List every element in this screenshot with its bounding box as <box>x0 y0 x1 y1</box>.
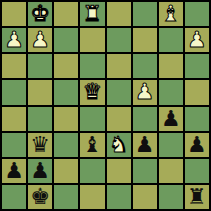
square-h3[interactable]: ♟ <box>185 133 209 157</box>
square-g1[interactable] <box>159 185 183 209</box>
square-g6[interactable] <box>159 54 183 78</box>
black-queen-piece[interactable]: ♛ <box>30 134 50 156</box>
white-queen-piece[interactable]: ♛ <box>83 81 103 103</box>
black-rook-piece[interactable]: ♜ <box>187 186 207 208</box>
square-a4[interactable] <box>2 107 26 131</box>
square-e3[interactable]: ♞ <box>107 133 131 157</box>
square-d6[interactable] <box>80 54 104 78</box>
chess-board: ♚♜♝♟♟♟♛♟♟♛♝♞♟♟♟♟♚♜ <box>0 0 211 211</box>
square-g3[interactable] <box>159 133 183 157</box>
square-b1[interactable]: ♚ <box>28 185 52 209</box>
square-h1[interactable]: ♜ <box>185 185 209 209</box>
square-f8[interactable] <box>133 2 157 26</box>
square-c1[interactable] <box>54 185 78 209</box>
square-c4[interactable] <box>54 107 78 131</box>
square-a1[interactable] <box>2 185 26 209</box>
square-f1[interactable] <box>133 185 157 209</box>
square-e4[interactable] <box>107 107 131 131</box>
square-c5[interactable] <box>54 80 78 104</box>
black-pawn-piece[interactable]: ♟ <box>4 160 24 182</box>
square-f6[interactable] <box>133 54 157 78</box>
black-king-piece[interactable]: ♚ <box>30 186 50 208</box>
square-c7[interactable] <box>54 28 78 52</box>
square-e7[interactable] <box>107 28 131 52</box>
square-b7[interactable]: ♟ <box>28 28 52 52</box>
square-b3[interactable]: ♛ <box>28 133 52 157</box>
black-pawn-piece[interactable]: ♟ <box>161 108 181 130</box>
square-b6[interactable] <box>28 54 52 78</box>
square-b2[interactable]: ♟ <box>28 159 52 183</box>
square-g4[interactable]: ♟ <box>159 107 183 131</box>
square-g7[interactable] <box>159 28 183 52</box>
square-f4[interactable] <box>133 107 157 131</box>
black-pawn-piece[interactable]: ♟ <box>135 134 155 156</box>
square-e8[interactable] <box>107 2 131 26</box>
square-a5[interactable] <box>2 80 26 104</box>
square-g8[interactable]: ♝ <box>159 2 183 26</box>
square-a2[interactable]: ♟ <box>2 159 26 183</box>
square-f3[interactable]: ♟ <box>133 133 157 157</box>
square-h8[interactable] <box>185 2 209 26</box>
square-e1[interactable] <box>107 185 131 209</box>
white-bishop-piece[interactable]: ♝ <box>161 3 181 25</box>
square-f2[interactable] <box>133 159 157 183</box>
black-pawn-piece[interactable]: ♟ <box>30 160 50 182</box>
square-h7[interactable]: ♟ <box>185 28 209 52</box>
square-f5[interactable]: ♟ <box>133 80 157 104</box>
square-a8[interactable] <box>2 2 26 26</box>
white-pawn-piece[interactable]: ♟ <box>187 29 207 51</box>
square-d1[interactable] <box>80 185 104 209</box>
white-pawn-piece[interactable]: ♟ <box>135 81 155 103</box>
white-pawn-piece[interactable]: ♟ <box>4 29 24 51</box>
black-bishop-piece[interactable]: ♝ <box>83 134 103 156</box>
square-c8[interactable] <box>54 2 78 26</box>
white-knight-piece[interactable]: ♞ <box>109 134 129 156</box>
square-h2[interactable] <box>185 159 209 183</box>
square-c6[interactable] <box>54 54 78 78</box>
square-a3[interactable] <box>2 133 26 157</box>
square-e2[interactable] <box>107 159 131 183</box>
square-d7[interactable] <box>80 28 104 52</box>
square-e5[interactable] <box>107 80 131 104</box>
white-king-piece[interactable]: ♚ <box>30 3 50 25</box>
square-a6[interactable] <box>2 54 26 78</box>
square-f7[interactable] <box>133 28 157 52</box>
square-d3[interactable]: ♝ <box>80 133 104 157</box>
square-b4[interactable] <box>28 107 52 131</box>
square-g5[interactable] <box>159 80 183 104</box>
square-e6[interactable] <box>107 54 131 78</box>
square-c2[interactable] <box>54 159 78 183</box>
white-pawn-piece[interactable]: ♟ <box>30 29 50 51</box>
square-h6[interactable] <box>185 54 209 78</box>
square-d8[interactable]: ♜ <box>80 2 104 26</box>
square-d4[interactable] <box>80 107 104 131</box>
square-b8[interactable]: ♚ <box>28 2 52 26</box>
square-d5[interactable]: ♛ <box>80 80 104 104</box>
square-h4[interactable] <box>185 107 209 131</box>
black-pawn-piece[interactable]: ♟ <box>187 134 207 156</box>
square-c3[interactable] <box>54 133 78 157</box>
square-d2[interactable] <box>80 159 104 183</box>
white-rook-piece[interactable]: ♜ <box>83 3 103 25</box>
square-a7[interactable]: ♟ <box>2 28 26 52</box>
square-b5[interactable] <box>28 80 52 104</box>
square-g2[interactable] <box>159 159 183 183</box>
square-h5[interactable] <box>185 80 209 104</box>
